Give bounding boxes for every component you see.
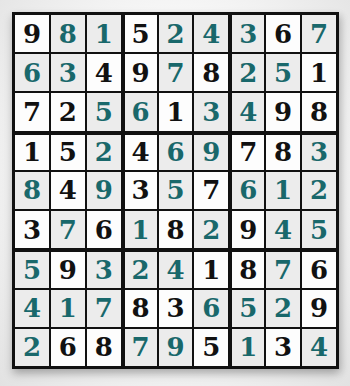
- cell-r9c8[interactable]: 3: [266, 329, 300, 366]
- cell-r5c3[interactable]: 9: [87, 172, 121, 209]
- cell-r6c7[interactable]: 9: [230, 211, 264, 248]
- cell-r7c1[interactable]: 5: [15, 250, 49, 287]
- cell-r4c3[interactable]: 2: [87, 133, 121, 170]
- cell-r7c8[interactable]: 7: [266, 250, 300, 287]
- cell-r4c8[interactable]: 8: [266, 133, 300, 170]
- cell-r1c6[interactable]: 4: [194, 15, 228, 52]
- cell-r7c2[interactable]: 9: [51, 250, 85, 287]
- cell-r8c6[interactable]: 6: [194, 290, 228, 327]
- cell-r3c6[interactable]: 3: [194, 93, 228, 130]
- cell-r9c1[interactable]: 2: [15, 329, 49, 366]
- cell-r9c7[interactable]: 1: [230, 329, 264, 366]
- cell-r7c9[interactable]: 6: [302, 250, 336, 287]
- cell-r5c8[interactable]: 1: [266, 172, 300, 209]
- cell-r4c2[interactable]: 5: [51, 133, 85, 170]
- cell-r5c9[interactable]: 2: [302, 172, 336, 209]
- cell-r5c4[interactable]: 3: [123, 172, 157, 209]
- cell-r8c3[interactable]: 7: [87, 290, 121, 327]
- cell-r3c3[interactable]: 5: [87, 93, 121, 130]
- cell-r7c3[interactable]: 3: [87, 250, 121, 287]
- cell-r6c3[interactable]: 6: [87, 211, 121, 248]
- cell-r6c1[interactable]: 3: [15, 211, 49, 248]
- cell-r8c8[interactable]: 2: [266, 290, 300, 327]
- cell-r2c9[interactable]: 1: [302, 54, 336, 91]
- cell-r9c6[interactable]: 5: [194, 329, 228, 366]
- cell-r2c5[interactable]: 7: [159, 54, 193, 91]
- cell-r7c6[interactable]: 1: [194, 250, 228, 287]
- cell-r6c9[interactable]: 5: [302, 211, 336, 248]
- cell-r6c6[interactable]: 2: [194, 211, 228, 248]
- cell-r7c5[interactable]: 4: [159, 250, 193, 287]
- cell-r1c5[interactable]: 2: [159, 15, 193, 52]
- cell-r4c5[interactable]: 6: [159, 133, 193, 170]
- cell-r2c3[interactable]: 4: [87, 54, 121, 91]
- cell-r5c7[interactable]: 6: [230, 172, 264, 209]
- cell-r9c5[interactable]: 9: [159, 329, 193, 366]
- cell-r2c4[interactable]: 9: [123, 54, 157, 91]
- cell-r4c1[interactable]: 1: [15, 133, 49, 170]
- cell-r1c3[interactable]: 1: [87, 15, 121, 52]
- cell-r2c6[interactable]: 8: [194, 54, 228, 91]
- cell-r1c8[interactable]: 6: [266, 15, 300, 52]
- cell-r4c7[interactable]: 7: [230, 133, 264, 170]
- cell-r7c4[interactable]: 2: [123, 250, 157, 287]
- cell-r8c1[interactable]: 4: [15, 290, 49, 327]
- cell-r9c3[interactable]: 8: [87, 329, 121, 366]
- cell-r6c2[interactable]: 7: [51, 211, 85, 248]
- cell-r8c7[interactable]: 5: [230, 290, 264, 327]
- cell-r5c5[interactable]: 5: [159, 172, 193, 209]
- cell-r8c4[interactable]: 8: [123, 290, 157, 327]
- cell-r1c1[interactable]: 9: [15, 15, 49, 52]
- cell-r6c4[interactable]: 1: [123, 211, 157, 248]
- cell-r4c9[interactable]: 3: [302, 133, 336, 170]
- cell-r8c5[interactable]: 3: [159, 290, 193, 327]
- cell-r3c1[interactable]: 7: [15, 93, 49, 130]
- cell-r2c1[interactable]: 6: [15, 54, 49, 91]
- cell-r6c5[interactable]: 8: [159, 211, 193, 248]
- cell-r3c8[interactable]: 9: [266, 93, 300, 130]
- cell-r3c2[interactable]: 2: [51, 93, 85, 130]
- cell-r5c2[interactable]: 4: [51, 172, 85, 209]
- cell-r9c2[interactable]: 6: [51, 329, 85, 366]
- cell-r7c7[interactable]: 8: [230, 250, 264, 287]
- cell-r5c1[interactable]: 8: [15, 172, 49, 209]
- cell-r3c7[interactable]: 4: [230, 93, 264, 130]
- cell-r3c4[interactable]: 6: [123, 93, 157, 130]
- cell-r5c6[interactable]: 7: [194, 172, 228, 209]
- cell-r9c9[interactable]: 4: [302, 329, 336, 366]
- cell-r3c5[interactable]: 1: [159, 93, 193, 130]
- cell-r4c6[interactable]: 9: [194, 133, 228, 170]
- cell-r6c8[interactable]: 4: [266, 211, 300, 248]
- cell-r1c4[interactable]: 5: [123, 15, 157, 52]
- sudoku-board: 9815243676349782517256134981524697838493…: [12, 12, 339, 369]
- cell-r1c2[interactable]: 8: [51, 15, 85, 52]
- cell-r9c4[interactable]: 7: [123, 329, 157, 366]
- cell-r8c2[interactable]: 1: [51, 290, 85, 327]
- cell-r1c7[interactable]: 3: [230, 15, 264, 52]
- cell-r1c9[interactable]: 7: [302, 15, 336, 52]
- cell-r3c9[interactable]: 8: [302, 93, 336, 130]
- cell-r8c9[interactable]: 9: [302, 290, 336, 327]
- cell-r4c4[interactable]: 4: [123, 133, 157, 170]
- cell-r2c7[interactable]: 2: [230, 54, 264, 91]
- cell-r2c8[interactable]: 5: [266, 54, 300, 91]
- cell-r2c2[interactable]: 3: [51, 54, 85, 91]
